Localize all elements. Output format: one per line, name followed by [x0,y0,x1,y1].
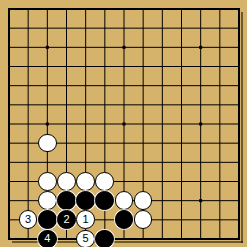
board-point [19,114,38,133]
board-point [134,0,153,19]
board-point [38,191,57,210]
board-point [191,229,210,247]
board-point [76,38,95,57]
board-point [95,210,114,229]
board-point [153,38,172,57]
board-point [0,76,19,95]
stone-white [76,172,95,191]
board-point [229,95,247,114]
board-point [57,229,76,247]
board-point [229,19,247,38]
board-point [57,38,76,57]
stone-white-move-1: 1 [76,210,95,229]
stone-black-move-4: 4 [38,230,57,247]
stone-white [134,210,153,229]
board-point [95,57,114,76]
stone-black-move-2: 2 [57,210,76,229]
board-point [210,38,229,57]
board-point [134,95,153,114]
board-point [76,153,95,172]
board-point [38,114,57,133]
board-point [210,19,229,38]
board-point [172,191,191,210]
board-point [57,134,76,153]
board-point [114,38,133,57]
board-point [57,19,76,38]
board-point [19,153,38,172]
board-point [153,153,172,172]
board-point [57,153,76,172]
board-point [19,57,38,76]
board-point [210,210,229,229]
board-point [114,0,133,19]
board-point [134,19,153,38]
board-point [172,95,191,114]
board-point [229,191,247,210]
board-point [229,134,247,153]
board-point [76,114,95,133]
board-point [172,134,191,153]
board-point [95,19,114,38]
board-point [153,0,172,19]
board-point [19,134,38,153]
board-point [191,191,210,210]
board-point: 1 [76,210,95,229]
board-point [95,114,114,133]
board-point [95,0,114,19]
board-point [153,95,172,114]
board-point [76,0,95,19]
go-board-diagram: 32145 [0,0,247,247]
board-point [172,0,191,19]
stone-white [38,172,57,191]
board-point [76,95,95,114]
board-point [38,134,57,153]
board-point [191,57,210,76]
board-point [210,191,229,210]
stone-white [38,134,57,153]
board-point [134,210,153,229]
board-point [114,229,133,247]
board-point [19,76,38,95]
board-point [38,57,57,76]
board-point [229,153,247,172]
board-point [172,76,191,95]
stone-black [38,210,57,229]
board-point [0,172,19,191]
board-point [0,229,19,247]
board-point [210,95,229,114]
stone-white-move-3: 3 [19,210,38,229]
board-point [0,210,19,229]
board-point [191,0,210,19]
board-point [172,114,191,133]
board-point [134,153,153,172]
board-point [57,57,76,76]
board-point [172,153,191,172]
board-point [95,153,114,172]
board-point [0,19,19,38]
board-point [114,210,133,229]
board-point [19,0,38,19]
board-point [19,229,38,247]
board-point [134,114,153,133]
board-point [57,114,76,133]
board-point [153,134,172,153]
board-point [191,172,210,191]
board-point [114,76,133,95]
board-point [19,38,38,57]
board-point [38,210,57,229]
stone-black [76,191,95,210]
board-point [57,95,76,114]
board-point [191,38,210,57]
board-point [95,229,114,247]
board-point [76,57,95,76]
board-point [210,229,229,247]
stone-white [57,172,76,191]
board-point [153,210,172,229]
board-point [114,134,133,153]
board-point [38,0,57,19]
board-point [210,134,229,153]
stone-white-move-5: 5 [76,230,95,247]
board-point [229,38,247,57]
board-point [76,191,95,210]
board-point [153,76,172,95]
board-point [210,0,229,19]
board-point [134,229,153,247]
stone-white [38,191,57,210]
board-point [95,172,114,191]
board-point: 4 [38,229,57,247]
board-point [153,229,172,247]
board-point [95,95,114,114]
board-point [191,76,210,95]
board-point [134,38,153,57]
board-point [38,76,57,95]
board-point: 5 [76,229,95,247]
board-point [19,191,38,210]
board-point [0,191,19,210]
board-point [95,38,114,57]
board-point [172,210,191,229]
board-point [134,134,153,153]
board-point [76,19,95,38]
board-point [57,76,76,95]
board-point [229,57,247,76]
board-point [153,19,172,38]
board-point [38,153,57,172]
board-point [76,172,95,191]
board-point [57,172,76,191]
board-point [19,172,38,191]
board-point [229,76,247,95]
board-point [0,134,19,153]
board-point [172,229,191,247]
board-point [134,76,153,95]
board-point [229,229,247,247]
stone-black [95,230,114,247]
board-point [19,95,38,114]
stone-white [134,191,153,210]
board-point [191,134,210,153]
stone-white [95,172,114,191]
board-point [191,95,210,114]
board-point [19,19,38,38]
board-point [114,114,133,133]
board-point [57,0,76,19]
board-point [191,210,210,229]
board-point [153,172,172,191]
board-point [191,153,210,172]
board-point [57,191,76,210]
board-point [210,153,229,172]
board-point [134,191,153,210]
board-point [76,76,95,95]
stone-white [115,191,134,210]
board-point [0,38,19,57]
board-point [191,114,210,133]
board-point [38,172,57,191]
board-point: 2 [57,210,76,229]
board-point [210,114,229,133]
board-point [95,191,114,210]
board-point [134,172,153,191]
board-point [95,134,114,153]
board-grid: 32145 [0,0,247,247]
board-point [0,0,19,19]
board-point [76,134,95,153]
stone-black [57,191,76,210]
board-point [210,172,229,191]
board-point [229,114,247,133]
board-point [38,95,57,114]
board-point [172,57,191,76]
board-point [153,191,172,210]
board-point [172,19,191,38]
board-point [0,153,19,172]
board-point [38,19,57,38]
board-point [114,95,133,114]
board-point [210,57,229,76]
stone-black [115,210,134,229]
board-point [153,57,172,76]
board-point [38,38,57,57]
board-point [114,19,133,38]
board-point [229,0,247,19]
board-point [95,76,114,95]
board-point [153,114,172,133]
board-point [114,191,133,210]
board-point [0,95,19,114]
board-point [114,57,133,76]
board-point [191,19,210,38]
board-point [0,114,19,133]
board-point [210,76,229,95]
board-point: 3 [19,210,38,229]
board-point [114,153,133,172]
board-point [0,57,19,76]
board-point [172,172,191,191]
board-point [134,57,153,76]
board-point [172,38,191,57]
board-point [114,172,133,191]
board-point [229,210,247,229]
stone-black [95,191,114,210]
board-point [229,172,247,191]
